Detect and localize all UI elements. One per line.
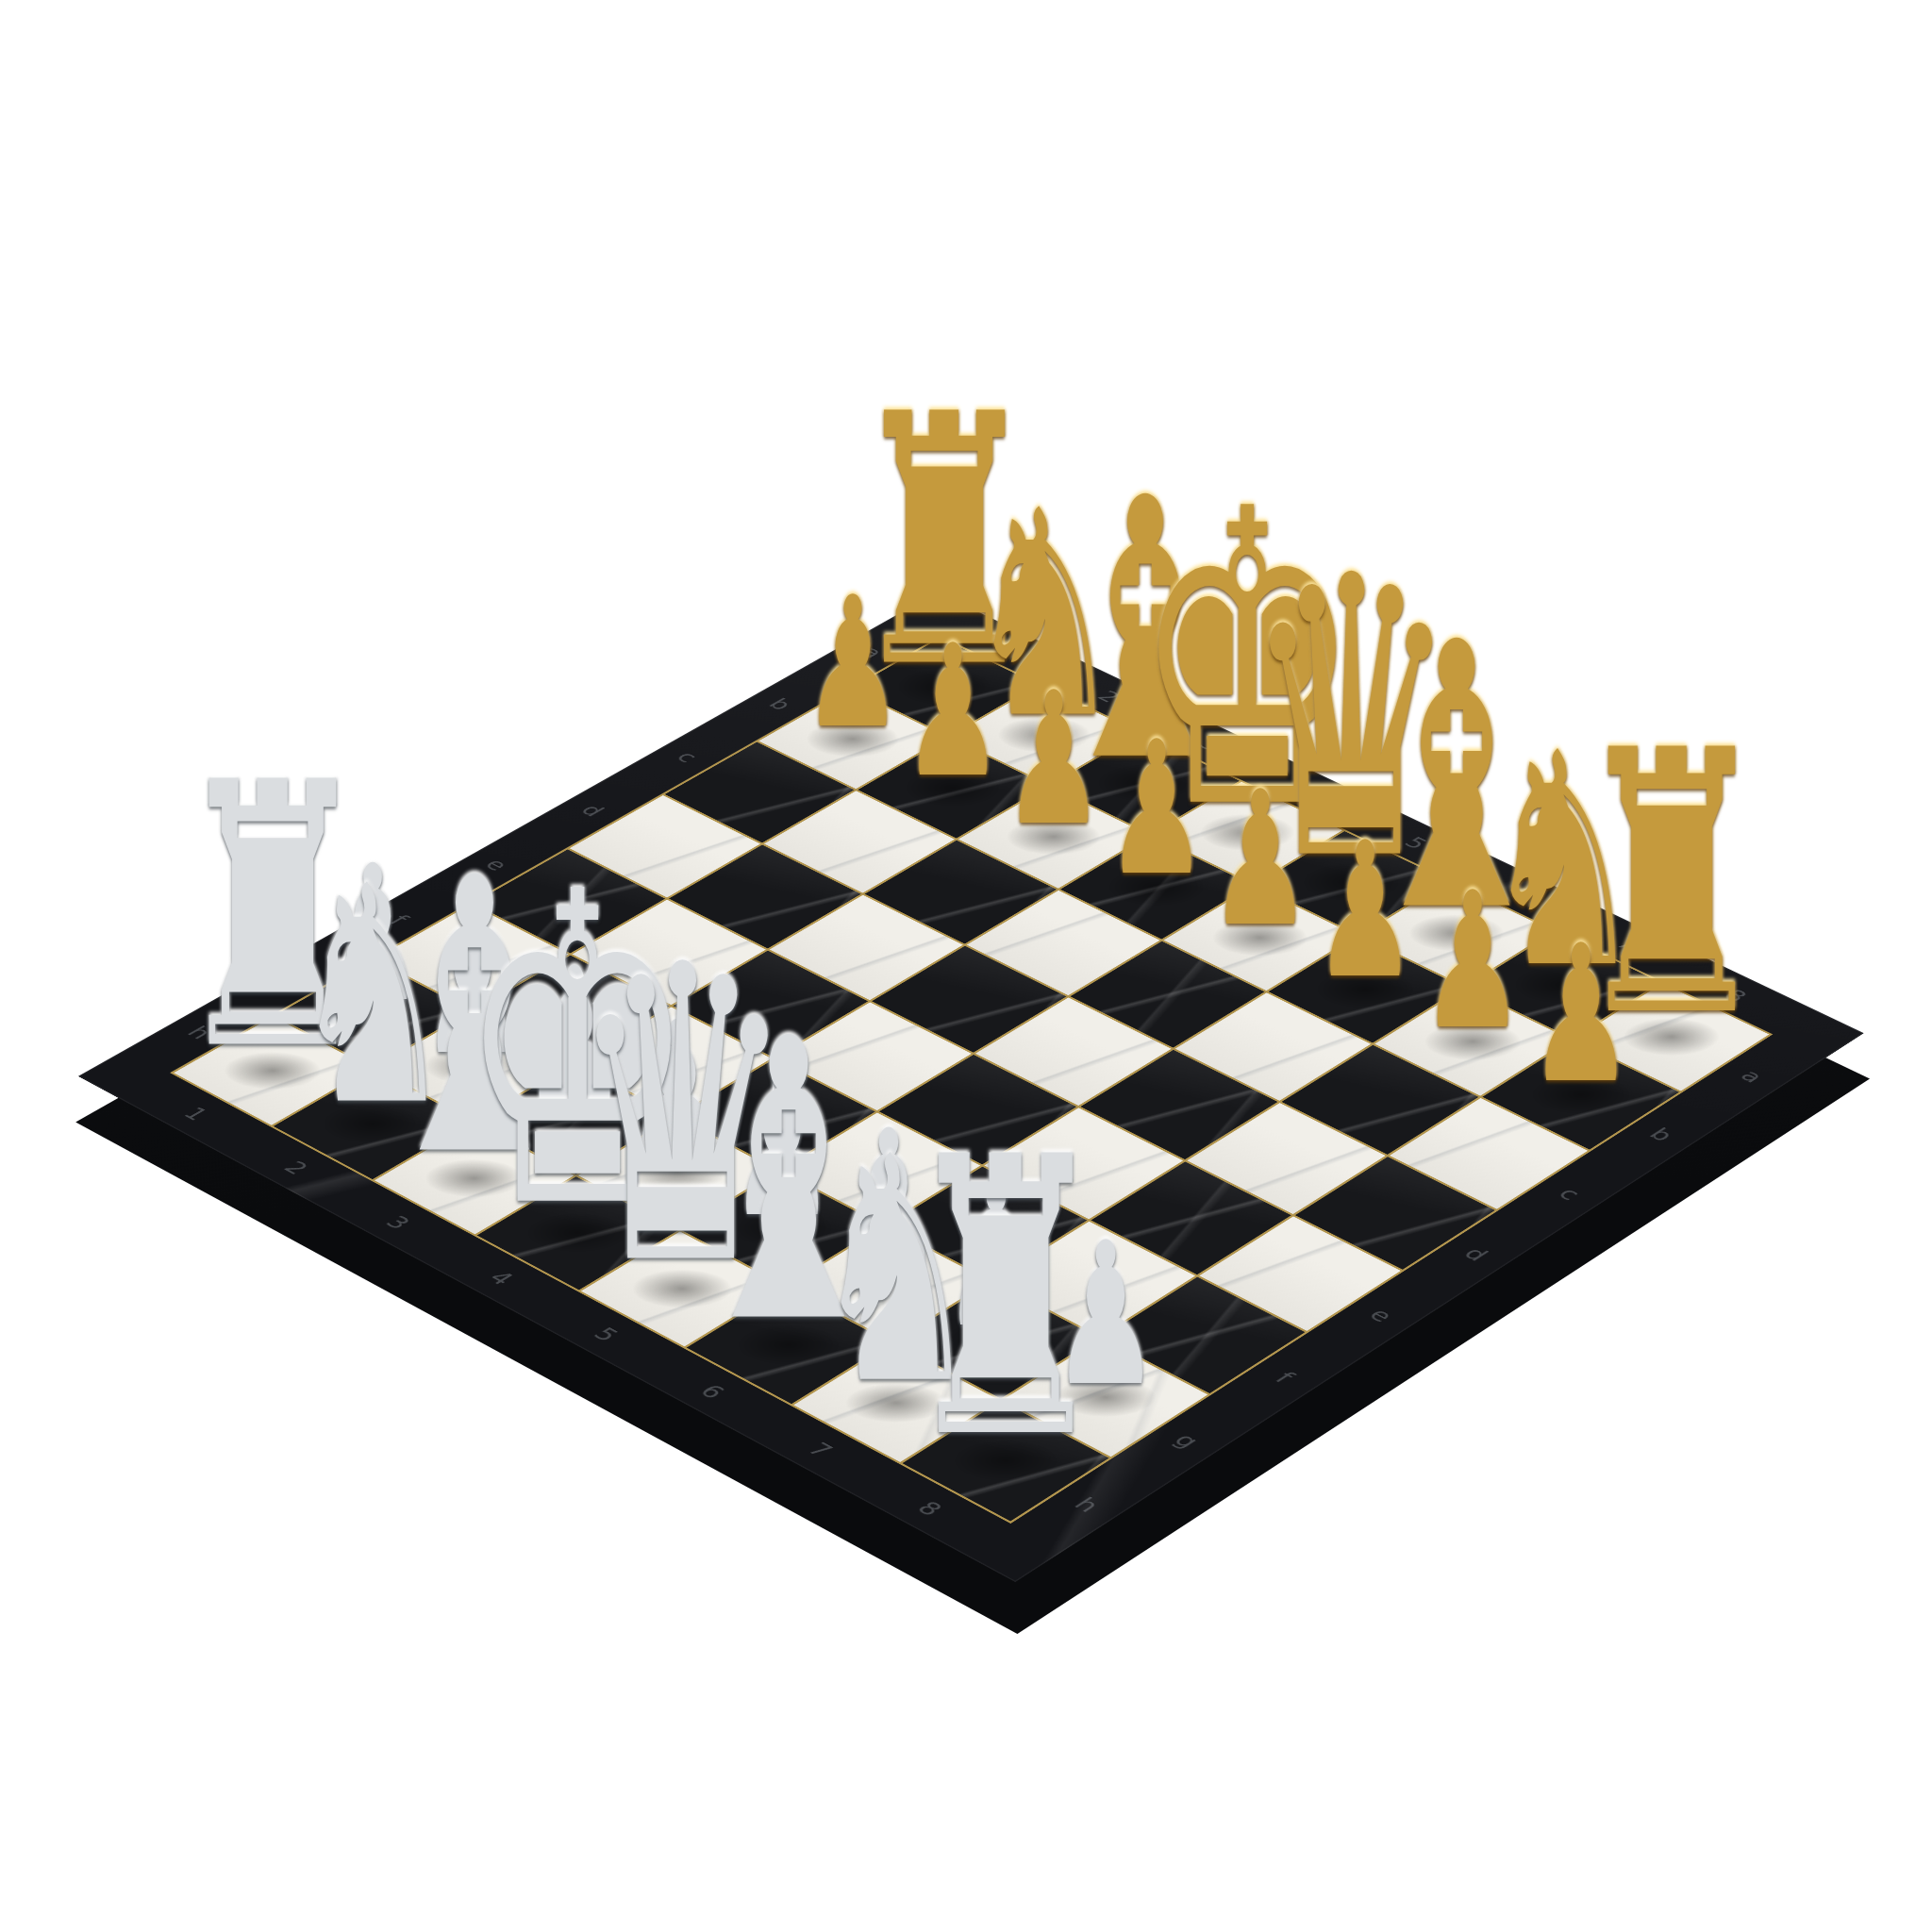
rank-label-7: 7 (1610, 934, 1645, 954)
rank-label-4: 4 (483, 1267, 521, 1289)
file-label-f: f (1270, 1368, 1301, 1387)
rank-label-3: 3 (380, 1211, 418, 1233)
rank-label-2: 2 (278, 1158, 316, 1178)
rank-label-1: 1 (178, 1104, 215, 1124)
file-label-e: e (1364, 1304, 1401, 1325)
file-label-e: e (480, 855, 515, 874)
rank-label-2: 2 (1092, 687, 1127, 706)
rank-label-8: 8 (911, 1497, 950, 1520)
product-photo-scene: 1122334455667788aabbccddeeffgghh ♜♞♝♛♚♝♞… (0, 0, 1932, 1932)
file-label-b: b (1644, 1124, 1680, 1144)
rank-label-3: 3 (1193, 735, 1228, 754)
rank-label-7: 7 (802, 1439, 841, 1461)
rank-label-1: 1 (992, 640, 1026, 658)
rank-label-5: 5 (1399, 833, 1434, 853)
file-label-c: c (672, 748, 705, 766)
rank-label-6: 6 (694, 1380, 732, 1403)
file-label-g: g (283, 965, 320, 985)
file-label-a: a (857, 643, 891, 661)
file-label-h: h (1069, 1493, 1108, 1516)
chess-board: 1122334455667788aabbccddeeffgghh (78, 592, 1864, 1582)
file-label-g: g (1169, 1429, 1207, 1452)
file-label-c: c (1553, 1184, 1588, 1205)
file-label-d: d (1458, 1243, 1495, 1265)
file-label-b: b (764, 694, 799, 713)
file-label-a: a (1736, 1066, 1771, 1087)
rank-label-8: 8 (1719, 986, 1754, 1006)
file-label-h: h (182, 1023, 219, 1043)
file-label-f: f (385, 911, 415, 928)
rank-label-6: 6 (1504, 883, 1539, 903)
rank-label-5: 5 (588, 1324, 625, 1345)
file-label-d: d (575, 801, 611, 820)
rank-label-4: 4 (1295, 784, 1330, 803)
